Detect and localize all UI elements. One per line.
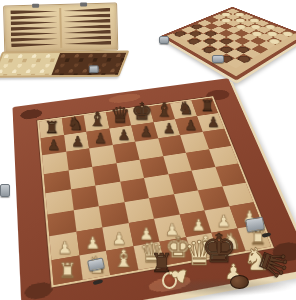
square-c1: ♝ <box>106 246 138 275</box>
folded-board-clasp <box>159 36 169 44</box>
piece-black-pawn: ♟ <box>117 129 130 143</box>
backgammon-point <box>10 15 57 20</box>
backgammon-point <box>64 35 111 40</box>
backgammon-points-left <box>10 9 58 47</box>
backgammon-points-right <box>63 8 111 46</box>
backgammon-point <box>64 19 111 24</box>
square-b6 <box>66 148 92 170</box>
square-a3 <box>47 210 76 236</box>
piece-black-pawn: ♟ <box>140 125 153 139</box>
piece-black-knight: ♞ <box>177 99 193 117</box>
hinge-icon <box>32 4 39 8</box>
square-b8: ♞ <box>62 115 87 134</box>
piece-black-rook: ♜ <box>200 97 215 113</box>
backgammon-point <box>64 30 111 35</box>
backgammon-point <box>11 20 58 25</box>
backgammon-point <box>64 24 111 29</box>
square-d4 <box>120 178 149 202</box>
square-c6 <box>89 145 116 166</box>
backgammon-point <box>11 42 58 47</box>
loose-dark-pawn-lying <box>230 275 249 289</box>
hinge-icon <box>80 2 87 6</box>
square-b4 <box>71 186 99 210</box>
piece-black-queen: ♛ <box>110 104 130 126</box>
piece-white-pawn: ♟ <box>58 240 73 257</box>
square-h4 <box>215 163 246 186</box>
backgammon-point <box>64 41 111 46</box>
piece-black-pawn: ♟ <box>163 122 176 136</box>
backgammon-point <box>63 13 110 18</box>
loose-dark-queen-lying: ♛ <box>251 243 295 284</box>
piece-white-rook: ♜ <box>58 260 77 281</box>
backgammon-point <box>11 26 58 31</box>
board-clasp-left <box>0 184 10 197</box>
square-b5 <box>68 166 95 189</box>
piece-black-pawn: ♟ <box>71 135 84 149</box>
square-f4 <box>168 171 198 194</box>
backgammon-point <box>63 8 110 13</box>
square-e8: ♚ <box>127 106 153 125</box>
piece-black-pawn: ♟ <box>94 132 107 146</box>
backgammon-point <box>11 37 58 42</box>
lid-center-bar <box>59 8 62 48</box>
piece-black-knight: ♞ <box>67 114 84 133</box>
piece-black-pawn: ♟ <box>47 138 60 152</box>
loose-pieces-group: ♜♟♛♚♟♞♛ <box>140 228 296 300</box>
piece-black-rook: ♜ <box>45 119 60 136</box>
square-c7: ♟ <box>86 128 112 148</box>
backgammon-lid <box>3 3 118 54</box>
square-a5 <box>44 170 71 193</box>
piece-white-pawn: ♟ <box>85 235 100 252</box>
piece-black-bishop: ♝ <box>155 101 172 120</box>
square-b3 <box>73 206 102 232</box>
square-a1: ♜ <box>51 255 82 285</box>
backgammon-point <box>11 31 58 36</box>
piece-white-bishop: ♝ <box>113 247 135 271</box>
square-c8: ♝ <box>84 112 109 131</box>
piece-black-pawn: ♟ <box>207 116 219 130</box>
piece-black-king: ♚ <box>131 99 152 123</box>
piece-black-bishop: ♝ <box>89 110 106 129</box>
backgammon-point <box>10 9 57 14</box>
square-d8: ♛ <box>106 109 132 128</box>
piece-black-pawn: ♟ <box>185 119 198 133</box>
